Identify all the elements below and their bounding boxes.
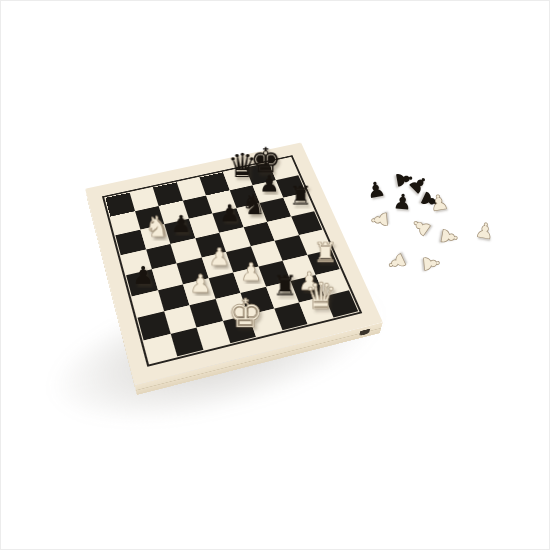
spare-black-pawn[interactable]: ♟ — [392, 191, 413, 214]
photo-canvas: ♛♚♟♞♟♟♞♜♟♟♟♟♜♜♟♚♛ ♟♟♟♟♟♟♟♟♟♟♟♟ — [0, 0, 550, 550]
square-g5[interactable] — [267, 216, 299, 241]
piece-white-queen[interactable]: ♛ — [305, 278, 332, 315]
square-b3[interactable] — [157, 284, 189, 311]
piece-white-pawn[interactable]: ♟ — [206, 245, 232, 269]
piece-black-knight[interactable]: ♞ — [241, 191, 266, 219]
square-a7[interactable] — [110, 211, 140, 235]
piece-black-pawn[interactable]: ♟ — [168, 212, 193, 236]
piece-black-pawn[interactable]: ♟ — [217, 201, 242, 224]
piece-white-rook[interactable]: ♜ — [312, 239, 338, 266]
piece-black-pawn[interactable]: ♟ — [130, 263, 156, 288]
spare-white-pawn[interactable]: ♟ — [474, 220, 496, 244]
chess-board-box: ♛♚♟♞♟♟♞♜♟♟♟♟♜♜♟♚♛ — [85, 143, 383, 385]
piece-black-rook[interactable]: ♜ — [271, 272, 297, 300]
spare-white-pawn[interactable]: ♟ — [384, 249, 411, 275]
spare-white-pawn[interactable]: ♟ — [408, 213, 436, 240]
spare-white-pawn[interactable]: ♟ — [436, 226, 460, 248]
board-scene: ♛♚♟♞♟♟♞♜♟♟♟♟♜♜♟♚♛ — [106, 132, 346, 372]
piece-white-pawn[interactable]: ♟ — [238, 260, 264, 285]
square-f2[interactable]: ♜ — [266, 281, 299, 308]
piece-white-king[interactable]: ♚ — [227, 295, 254, 334]
piece-white-pawn[interactable]: ♟ — [187, 272, 213, 297]
piece-white-knight[interactable]: ♞ — [144, 213, 169, 242]
spare-black-pawn[interactable]: ♟ — [365, 179, 387, 203]
piece-black-rook[interactable]: ♜ — [288, 183, 313, 209]
spare-white-pawn[interactable]: ♟ — [419, 253, 442, 274]
board-grid: ♛♚♟♞♟♟♞♜♟♟♟♟♜♜♟♚♛ — [105, 158, 358, 364]
spare-white-pawn[interactable]: ♟ — [369, 209, 392, 230]
drawer-notch — [359, 329, 370, 336]
piece-black-queen[interactable]: ♛ — [227, 150, 251, 183]
spare-white-pawn[interactable]: ♟ — [428, 192, 450, 216]
